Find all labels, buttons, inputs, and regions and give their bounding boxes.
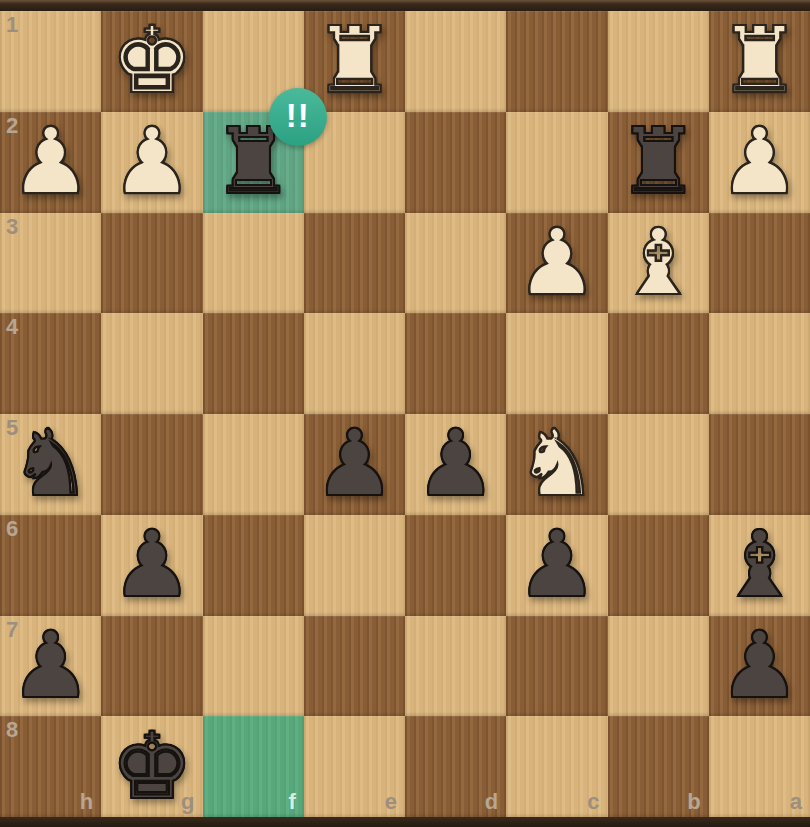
square-h7[interactable]: 7♟ [0, 616, 101, 717]
square-f7[interactable] [203, 616, 304, 717]
white-pawn-a2[interactable]: ♟ [718, 116, 800, 208]
square-g2[interactable]: ♟ [101, 112, 202, 213]
square-b3[interactable]: ♝ [608, 213, 709, 314]
square-e4[interactable] [304, 313, 405, 414]
square-h5[interactable]: 5♞ [0, 414, 101, 515]
square-d4[interactable] [405, 313, 506, 414]
file-label-f: f [288, 791, 295, 813]
square-h8[interactable]: 8h [0, 716, 101, 817]
black-pawn-d5[interactable]: ♟ [414, 418, 496, 510]
white-pawn-g2[interactable]: ♟ [111, 116, 193, 208]
square-c7[interactable] [506, 616, 607, 717]
square-a4[interactable] [709, 313, 810, 414]
rank-label-8: 8 [6, 719, 18, 741]
chess-app-screenshot: 1♚♜♜2♟♟♜!!♜♟3♟♝45♞♟♟♞6♟♟♝7♟♟8hg♚fedcba [0, 0, 810, 827]
black-rook-b2[interactable]: ♜ [617, 116, 699, 208]
square-e3[interactable] [304, 213, 405, 314]
white-knight-c5[interactable]: ♞ [516, 418, 598, 510]
black-pawn-e5[interactable]: ♟ [313, 418, 395, 510]
file-label-c: c [587, 791, 599, 813]
square-g6[interactable]: ♟ [101, 515, 202, 616]
square-d2[interactable] [405, 112, 506, 213]
square-b5[interactable] [608, 414, 709, 515]
square-g7[interactable] [101, 616, 202, 717]
square-a2[interactable]: ♟ [709, 112, 810, 213]
chess-board: 1♚♜♜2♟♟♜!!♜♟3♟♝45♞♟♟♞6♟♟♝7♟♟8hg♚fedcba [0, 11, 810, 817]
black-pawn-g6[interactable]: ♟ [111, 519, 193, 611]
square-a1[interactable]: ♜ [709, 11, 810, 112]
square-g1[interactable]: ♚ [101, 11, 202, 112]
square-f4[interactable] [203, 313, 304, 414]
square-d1[interactable] [405, 11, 506, 112]
square-a7[interactable]: ♟ [709, 616, 810, 717]
brilliant-move-badge: !! [269, 88, 327, 146]
square-h2[interactable]: 2♟ [0, 112, 101, 213]
square-h6[interactable]: 6 [0, 515, 101, 616]
rank-label-4: 4 [6, 316, 18, 338]
square-f3[interactable] [203, 213, 304, 314]
white-king-g1[interactable]: ♚ [111, 15, 193, 107]
square-a3[interactable] [709, 213, 810, 314]
square-c1[interactable] [506, 11, 607, 112]
square-a5[interactable] [709, 414, 810, 515]
white-pawn-h2[interactable]: ♟ [9, 116, 91, 208]
white-pawn-c3[interactable]: ♟ [516, 217, 598, 309]
square-c5[interactable]: ♞ [506, 414, 607, 515]
square-h4[interactable]: 4 [0, 313, 101, 414]
brilliant-move-symbol: !! [286, 99, 310, 132]
square-e5[interactable]: ♟ [304, 414, 405, 515]
square-e8[interactable]: e [304, 716, 405, 817]
square-g8[interactable]: g♚ [101, 716, 202, 817]
square-g3[interactable] [101, 213, 202, 314]
square-b1[interactable] [608, 11, 709, 112]
square-h3[interactable]: 3 [0, 213, 101, 314]
square-b2[interactable]: ♜ [608, 112, 709, 213]
square-f2[interactable]: ♜!! [203, 112, 304, 213]
square-e7[interactable] [304, 616, 405, 717]
square-d7[interactable] [405, 616, 506, 717]
file-label-a: a [790, 791, 802, 813]
file-label-d: d [485, 791, 498, 813]
square-b8[interactable]: b [608, 716, 709, 817]
white-rook-a1[interactable]: ♜ [718, 15, 800, 107]
square-b7[interactable] [608, 616, 709, 717]
black-bishop-a6[interactable]: ♝ [718, 519, 800, 611]
square-b4[interactable] [608, 313, 709, 414]
square-g4[interactable] [101, 313, 202, 414]
square-c2[interactable] [506, 112, 607, 213]
square-d8[interactable]: d [405, 716, 506, 817]
white-bishop-b3[interactable]: ♝ [617, 217, 699, 309]
square-a8[interactable]: a [709, 716, 810, 817]
square-d3[interactable] [405, 213, 506, 314]
black-pawn-h7[interactable]: ♟ [9, 620, 91, 712]
black-pawn-c6[interactable]: ♟ [516, 519, 598, 611]
square-b6[interactable] [608, 515, 709, 616]
square-g5[interactable] [101, 414, 202, 515]
file-label-e: e [385, 791, 397, 813]
white-rook-e1[interactable]: ♜ [313, 15, 395, 107]
square-d6[interactable] [405, 515, 506, 616]
square-h1[interactable]: 1 [0, 11, 101, 112]
square-d5[interactable]: ♟ [405, 414, 506, 515]
square-c4[interactable] [506, 313, 607, 414]
square-f5[interactable] [203, 414, 304, 515]
square-c6[interactable]: ♟ [506, 515, 607, 616]
file-label-h: h [80, 791, 93, 813]
square-a6[interactable]: ♝ [709, 515, 810, 616]
black-knight-h5[interactable]: ♞ [9, 418, 91, 510]
black-pawn-a7[interactable]: ♟ [718, 620, 800, 712]
square-e6[interactable] [304, 515, 405, 616]
rank-label-6: 6 [6, 518, 18, 540]
square-c3[interactable]: ♟ [506, 213, 607, 314]
rank-label-1: 1 [6, 14, 18, 36]
black-king-g8[interactable]: ♚ [111, 721, 193, 813]
square-f8[interactable]: f [203, 716, 304, 817]
square-c8[interactable]: c [506, 716, 607, 817]
rank-label-3: 3 [6, 216, 18, 238]
square-f6[interactable] [203, 515, 304, 616]
file-label-b: b [687, 791, 700, 813]
